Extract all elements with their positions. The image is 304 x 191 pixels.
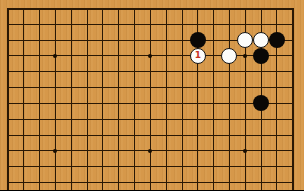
go-diagram-screenshot: 1 bbox=[0, 0, 304, 190]
grid-horizontal-line bbox=[7, 71, 294, 72]
black-stone-R16[interactable] bbox=[253, 48, 269, 64]
grid-vertical-line bbox=[102, 9, 103, 191]
grid-vertical-line bbox=[292, 9, 294, 191]
star-point bbox=[243, 54, 247, 58]
star-point bbox=[148, 54, 152, 58]
grid-vertical-line bbox=[71, 9, 72, 191]
grid-horizontal-line bbox=[7, 103, 294, 104]
grid-vertical-line bbox=[134, 9, 135, 191]
black-stone-S17[interactable] bbox=[269, 32, 285, 48]
star-point bbox=[53, 149, 57, 153]
grid-vertical-line bbox=[213, 9, 214, 191]
grid-vertical-line bbox=[118, 9, 119, 191]
star-point bbox=[148, 149, 152, 153]
grid-vertical-line bbox=[39, 9, 40, 191]
grid-horizontal-line bbox=[7, 166, 294, 167]
grid-horizontal-line bbox=[7, 87, 294, 88]
grid-vertical-line bbox=[87, 9, 88, 191]
grid-vertical-line bbox=[229, 9, 230, 191]
grid-vertical-line bbox=[7, 9, 9, 191]
grid-vertical-line bbox=[55, 9, 56, 191]
grid-horizontal-line bbox=[7, 135, 294, 136]
grid-horizontal-line bbox=[7, 8, 294, 10]
white-stone-Q17[interactable] bbox=[237, 32, 253, 48]
grid-horizontal-line bbox=[7, 24, 294, 25]
grid-vertical-line bbox=[150, 9, 151, 191]
star-point bbox=[243, 149, 247, 153]
grid-horizontal-line bbox=[7, 182, 294, 183]
move-number-label: 1 bbox=[195, 51, 201, 60]
grid-vertical-line bbox=[182, 9, 183, 191]
grid-vertical-line bbox=[166, 9, 167, 191]
grid-vertical-line bbox=[23, 9, 24, 191]
grid-horizontal-line bbox=[7, 119, 294, 120]
black-stone-N17[interactable] bbox=[190, 32, 206, 48]
white-stone-N16[interactable]: 1 bbox=[190, 48, 206, 64]
black-stone-R13[interactable] bbox=[253, 95, 269, 111]
go-board[interactable]: 1 bbox=[0, 0, 304, 190]
white-stone-P16[interactable] bbox=[221, 48, 237, 64]
white-stone-R17[interactable] bbox=[253, 32, 269, 48]
star-point bbox=[53, 54, 57, 58]
